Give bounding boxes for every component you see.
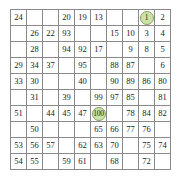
hidato-puzzle: 2420191312262293151034289492179852934379… <box>10 9 171 170</box>
cell-r5-c6[interactable] <box>91 74 106 89</box>
cell-r8-c1[interactable] <box>11 122 26 137</box>
cell-r9-c6: 63 <box>91 138 106 153</box>
cell-r10-c10[interactable] <box>155 154 170 169</box>
cell-r2-c1[interactable] <box>11 26 26 41</box>
cell-r1-c1: 24 <box>11 10 26 25</box>
cell-r6-c7: 97 <box>107 90 122 105</box>
cell-r5-c3[interactable] <box>43 74 58 89</box>
cell-r7-c6: 100 <box>91 106 106 121</box>
cell-r9-c1: 53 <box>11 138 26 153</box>
cell-r3-c6: 17 <box>91 42 106 57</box>
cell-r3-c10: 5 <box>155 42 170 57</box>
cell-r2-c3: 22 <box>43 26 58 41</box>
cell-r5-c7: 90 <box>107 74 122 89</box>
cell-r10-c7: 68 <box>107 154 122 169</box>
cell-r6-c10: 81 <box>155 90 170 105</box>
cell-r6-c2: 31 <box>27 90 42 105</box>
cell-r9-c5: 62 <box>75 138 90 153</box>
cell-r6-c8: 85 <box>123 90 138 105</box>
cell-r10-c6[interactable] <box>91 154 106 169</box>
cell-r1-c10: 2 <box>155 10 170 25</box>
cell-r9-c4[interactable] <box>59 138 74 153</box>
highlight-circle-100: 100 <box>92 107 106 121</box>
cell-r4-c4[interactable] <box>59 58 74 73</box>
cell-r1-c9: 1 <box>139 10 154 25</box>
cell-r7-c7[interactable] <box>107 106 122 121</box>
cell-r7-c1: 51 <box>11 106 26 121</box>
cell-r8-c3[interactable] <box>43 122 58 137</box>
hidato-board: 2420191312262293151034289492179852934379… <box>10 9 171 170</box>
cell-r4-c9[interactable] <box>139 58 154 73</box>
cell-r9-c10: 74 <box>155 138 170 153</box>
cell-number: 100 <box>93 110 103 118</box>
cell-r8-c6: 65 <box>91 122 106 137</box>
cell-r6-c9[interactable] <box>139 90 154 105</box>
cell-r9-c3: 57 <box>43 138 58 153</box>
cell-r3-c2: 28 <box>27 42 42 57</box>
cell-r8-c5[interactable] <box>75 122 90 137</box>
cell-r5-c10: 80 <box>155 74 170 89</box>
cell-r4-c10: 6 <box>155 58 170 73</box>
cell-r4-c2: 34 <box>27 58 42 73</box>
cell-r3-c3[interactable] <box>43 42 58 57</box>
cell-r7-c10: 82 <box>155 106 170 121</box>
cell-r1-c7[interactable] <box>107 10 122 25</box>
cell-r10-c9: 72 <box>139 154 154 169</box>
cell-r8-c10[interactable] <box>155 122 170 137</box>
cell-r5-c5: 40 <box>75 74 90 89</box>
cell-r4-c5: 95 <box>75 58 90 73</box>
cell-r8-c2: 50 <box>27 122 42 137</box>
cell-r1-c3[interactable] <box>43 10 58 25</box>
cell-r9-c2: 56 <box>27 138 42 153</box>
cell-r4-c6[interactable] <box>91 58 106 73</box>
cell-r10-c5: 61 <box>75 154 90 169</box>
cell-r1-c8[interactable] <box>123 10 138 25</box>
cell-r1-c5: 19 <box>75 10 90 25</box>
cell-r2-c6[interactable] <box>91 26 106 41</box>
cell-r9-c9: 75 <box>139 138 154 153</box>
cell-r4-c3: 37 <box>43 58 58 73</box>
cell-r3-c9: 8 <box>139 42 154 57</box>
cell-r8-c7: 66 <box>107 122 122 137</box>
cell-r3-c7[interactable] <box>107 42 122 57</box>
cell-r10-c3[interactable] <box>43 154 58 169</box>
cell-r4-c7: 88 <box>107 58 122 73</box>
cell-r8-c9: 76 <box>139 122 154 137</box>
cell-r2-c7: 15 <box>107 26 122 41</box>
cell-r10-c1: 54 <box>11 154 26 169</box>
cell-r8-c8: 77 <box>123 122 138 137</box>
cell-r6-c6: 99 <box>91 90 106 105</box>
cell-r5-c1: 33 <box>11 74 26 89</box>
cell-r6-c5[interactable] <box>75 90 90 105</box>
cell-r4-c8: 87 <box>123 58 138 73</box>
cell-r10-c2: 55 <box>27 154 42 169</box>
cell-r7-c5: 47 <box>75 106 90 121</box>
cell-number: 1 <box>145 14 148 22</box>
cell-r5-c2: 30 <box>27 74 42 89</box>
cell-r4-c1: 29 <box>11 58 26 73</box>
cell-r7-c3: 44 <box>43 106 58 121</box>
cell-r5-c8: 89 <box>123 74 138 89</box>
cell-r3-c5: 92 <box>75 42 90 57</box>
cell-r10-c8[interactable] <box>123 154 138 169</box>
cell-r3-c8: 9 <box>123 42 138 57</box>
cell-r2-c5[interactable] <box>75 26 90 41</box>
cell-r10-c4: 59 <box>59 154 74 169</box>
cell-r6-c1[interactable] <box>11 90 26 105</box>
cell-r7-c9: 84 <box>139 106 154 121</box>
cell-r8-c4[interactable] <box>59 122 74 137</box>
cell-r5-c4[interactable] <box>59 74 74 89</box>
cell-r1-c2[interactable] <box>27 10 42 25</box>
cell-r7-c4: 45 <box>59 106 74 121</box>
cell-r9-c8[interactable] <box>123 138 138 153</box>
highlight-circle-1: 1 <box>140 11 154 25</box>
cell-r1-c6: 13 <box>91 10 106 25</box>
cell-r7-c8: 78 <box>123 106 138 121</box>
cell-r1-c4: 20 <box>59 10 74 25</box>
cell-r7-c2[interactable] <box>27 106 42 121</box>
cell-r9-c7: 70 <box>107 138 122 153</box>
cell-r2-c10: 4 <box>155 26 170 41</box>
cell-r2-c9: 3 <box>139 26 154 41</box>
cell-r2-c4: 93 <box>59 26 74 41</box>
cell-r3-c4: 94 <box>59 42 74 57</box>
cell-r2-c2: 26 <box>27 26 42 41</box>
cell-r6-c3[interactable] <box>43 90 58 105</box>
cell-r2-c8: 10 <box>123 26 138 41</box>
cell-r6-c4: 39 <box>59 90 74 105</box>
cell-r3-c1[interactable] <box>11 42 26 57</box>
cell-r5-c9: 86 <box>139 74 154 89</box>
